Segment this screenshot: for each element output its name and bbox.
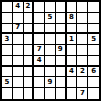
cell-r6c6[interactable] (56, 56, 67, 67)
given-digit-r2c7[interactable]: 8 (67, 13, 78, 24)
given-digit-r4c9[interactable]: 5 (88, 34, 99, 45)
cell-r1c8[interactable] (77, 2, 88, 13)
cell-r7c4[interactable] (34, 67, 45, 78)
sudoku-board: 42587315794426597 (0, 0, 101, 101)
cell-r5c5[interactable] (45, 45, 56, 56)
given-digit-r7c9[interactable]: 6 (88, 67, 99, 78)
cell-r9c5[interactable] (45, 88, 56, 99)
given-digit-r8c5[interactable]: 9 (45, 77, 56, 88)
cell-r4c5[interactable] (45, 34, 56, 45)
given-digit-r7c8[interactable]: 2 (77, 67, 88, 78)
cell-r1c4[interactable] (34, 2, 45, 13)
cell-r1c5[interactable] (45, 2, 56, 13)
cell-r4c4[interactable] (34, 34, 45, 45)
cell-r5c7[interactable] (67, 45, 78, 56)
cell-r6c2[interactable] (13, 56, 24, 67)
cell-r1c6[interactable] (56, 2, 67, 13)
cell-r3c1[interactable] (2, 24, 13, 35)
cell-r3c7[interactable] (67, 24, 78, 35)
given-digit-r4c1[interactable]: 3 (2, 34, 13, 45)
cell-r3c4[interactable] (34, 24, 45, 35)
cell-r8c3[interactable] (24, 77, 35, 88)
cell-r6c3[interactable] (24, 56, 35, 67)
cell-r6c7[interactable] (67, 56, 78, 67)
cell-r9c2[interactable] (13, 88, 24, 99)
cell-r9c4[interactable] (34, 88, 45, 99)
cell-r7c2[interactable] (13, 67, 24, 78)
given-digit-r1c2[interactable]: 4 (13, 2, 24, 13)
cell-r7c1[interactable] (2, 67, 13, 78)
given-digit-r5c4[interactable]: 7 (34, 45, 45, 56)
cell-r2c9[interactable] (88, 13, 99, 24)
given-digit-r4c7[interactable]: 1 (67, 34, 78, 45)
cell-r3c9[interactable] (88, 24, 99, 35)
cell-r1c1[interactable] (2, 2, 13, 13)
cell-r8c6[interactable] (56, 77, 67, 88)
cell-r4c8[interactable] (77, 34, 88, 45)
given-digit-r3c2[interactable]: 7 (13, 24, 24, 35)
cell-r3c6[interactable] (56, 24, 67, 35)
cell-r2c2[interactable] (13, 13, 24, 24)
cell-r2c3[interactable] (24, 13, 35, 24)
cell-r8c7[interactable] (67, 77, 78, 88)
cell-r4c3[interactable] (24, 34, 35, 45)
cell-r4c6[interactable] (56, 34, 67, 45)
cell-r9c9[interactable] (88, 88, 99, 99)
cell-r8c2[interactable] (13, 77, 24, 88)
given-digit-r6c4[interactable]: 4 (34, 56, 45, 67)
cell-r6c9[interactable] (88, 56, 99, 67)
cell-r5c8[interactable] (77, 45, 88, 56)
cell-r8c9[interactable] (88, 77, 99, 88)
cell-r9c6[interactable] (56, 88, 67, 99)
cell-r5c1[interactable] (2, 45, 13, 56)
given-digit-r1c3[interactable]: 2 (24, 2, 35, 13)
cell-r7c5[interactable] (45, 67, 56, 78)
cell-r4c2[interactable] (13, 34, 24, 45)
cell-r5c2[interactable] (13, 45, 24, 56)
given-digit-r5c6[interactable]: 9 (56, 45, 67, 56)
cell-r3c5[interactable] (45, 24, 56, 35)
cell-r1c7[interactable] (67, 2, 78, 13)
cell-r2c8[interactable] (77, 13, 88, 24)
given-digit-r8c1[interactable]: 5 (2, 77, 13, 88)
cell-r9c7[interactable] (67, 88, 78, 99)
cell-r2c1[interactable] (2, 13, 13, 24)
cell-r3c3[interactable] (24, 24, 35, 35)
cell-r5c9[interactable] (88, 45, 99, 56)
cell-r5c3[interactable] (24, 45, 35, 56)
cell-r1c9[interactable] (88, 2, 99, 13)
given-digit-r2c5[interactable]: 5 (45, 13, 56, 24)
cell-r8c8[interactable] (77, 77, 88, 88)
cell-r2c4[interactable] (34, 13, 45, 24)
cell-r8c4[interactable] (34, 77, 45, 88)
given-digit-r7c7[interactable]: 4 (67, 67, 78, 78)
cell-r2c6[interactable] (56, 13, 67, 24)
cell-r7c6[interactable] (56, 67, 67, 78)
cell-r7c3[interactable] (24, 67, 35, 78)
given-digit-r9c8[interactable]: 7 (77, 88, 88, 99)
cell-r3c8[interactable] (77, 24, 88, 35)
cell-r6c8[interactable] (77, 56, 88, 67)
cell-r6c5[interactable] (45, 56, 56, 67)
cell-r9c1[interactable] (2, 88, 13, 99)
cell-r9c3[interactable] (24, 88, 35, 99)
cell-r6c1[interactable] (2, 56, 13, 67)
